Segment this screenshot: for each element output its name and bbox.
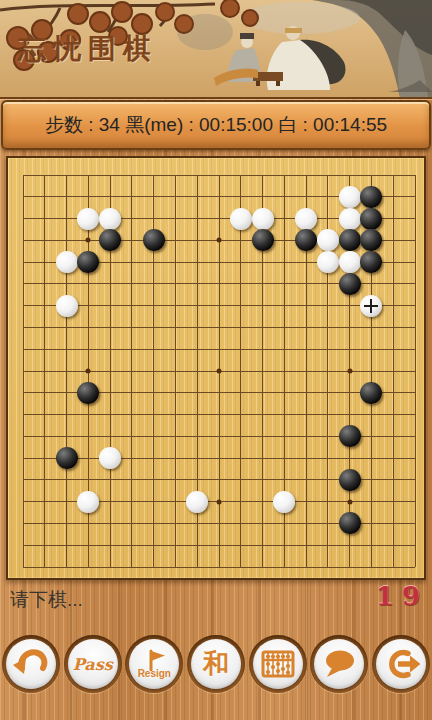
star-point <box>217 238 222 243</box>
exit-socket <box>372 635 430 693</box>
black-stone <box>360 382 382 404</box>
white-stone <box>273 491 295 513</box>
white-stone <box>186 491 208 513</box>
white-stone <box>56 295 78 317</box>
star-point <box>86 238 91 243</box>
abacus-icon <box>258 644 298 684</box>
black-stone <box>339 469 361 491</box>
white-stone <box>77 208 99 230</box>
star-point <box>217 369 222 374</box>
resign-label: Resign <box>138 668 171 679</box>
black-stone <box>143 229 165 251</box>
white-stone <box>317 229 339 251</box>
grid-line-vertical <box>240 175 241 567</box>
black-stone <box>56 447 78 469</box>
white-stone <box>339 186 361 208</box>
black-stone <box>77 251 99 273</box>
black-stone <box>360 229 382 251</box>
count-socket <box>249 635 307 693</box>
star-point <box>347 499 352 504</box>
board-size-label: 19 <box>376 581 428 611</box>
grid-line-horizontal <box>23 414 415 415</box>
black-stone <box>339 273 361 295</box>
star-point <box>86 369 91 374</box>
black-stone <box>77 382 99 404</box>
header-banner: 忘忧围棋 <box>0 0 432 99</box>
board-grid <box>23 175 415 567</box>
white-stone <box>99 208 121 230</box>
turn-prompt: 请下棋... <box>10 587 83 613</box>
status-bar: 步数 : 34 黑(me) : 00:15:00 白 : 00:14:55 <box>1 100 431 150</box>
black-stone <box>252 229 274 251</box>
exit-button[interactable] <box>376 639 426 689</box>
grid-line-vertical <box>415 175 416 567</box>
chat-button[interactable] <box>314 639 364 689</box>
pass-socket: Pass <box>64 635 122 693</box>
app-title: 忘忧围棋 <box>18 30 158 68</box>
resign-socket: Resign <box>125 635 183 693</box>
toolbar: Pass Resign 和 <box>0 635 432 693</box>
undo-button[interactable] <box>6 639 56 689</box>
white-stone <box>360 295 382 317</box>
white-stone <box>99 447 121 469</box>
pass-label: Pass <box>73 655 113 674</box>
black-stone <box>99 229 121 251</box>
white-stone <box>339 208 361 230</box>
white-stone <box>339 251 361 273</box>
last-move-cross-marker <box>360 295 382 317</box>
status-text: 步数 : 34 黑(me) : 00:15:00 白 : 00:14:55 <box>45 112 387 138</box>
black-stone <box>339 512 361 534</box>
draw-button[interactable]: 和 <box>191 639 241 689</box>
draw-socket: 和 <box>187 635 245 693</box>
undo-arrow-icon <box>11 644 51 684</box>
black-stone <box>360 251 382 273</box>
count-button[interactable] <box>253 639 303 689</box>
go-board[interactable] <box>6 156 426 580</box>
black-stone <box>339 229 361 251</box>
white-stone <box>295 208 317 230</box>
white-stone <box>56 251 78 273</box>
white-stone <box>230 208 252 230</box>
star-point <box>347 369 352 374</box>
black-stone <box>295 229 317 251</box>
grid-line-horizontal <box>23 545 415 546</box>
undo-socket <box>2 635 60 693</box>
black-stone <box>360 208 382 230</box>
black-stone <box>339 425 361 447</box>
grid-line-horizontal <box>23 567 415 568</box>
resign-button[interactable]: Resign <box>129 639 179 689</box>
white-stone <box>77 491 99 513</box>
white-stone <box>317 251 339 273</box>
star-point <box>217 499 222 504</box>
speech-bubble-icon <box>319 644 359 684</box>
exit-arrow-icon <box>381 644 421 684</box>
white-stone <box>252 208 274 230</box>
grid-line-horizontal <box>23 458 415 459</box>
grid-line-vertical <box>393 175 394 567</box>
pass-button[interactable]: Pass <box>68 639 118 689</box>
black-stone <box>360 186 382 208</box>
draw-label: 和 <box>203 646 229 681</box>
chat-socket <box>310 635 368 693</box>
app-screen: 忘忧围棋 步数 : 34 黑(me) : 00:15:00 白 : 00:14:… <box>0 0 432 720</box>
